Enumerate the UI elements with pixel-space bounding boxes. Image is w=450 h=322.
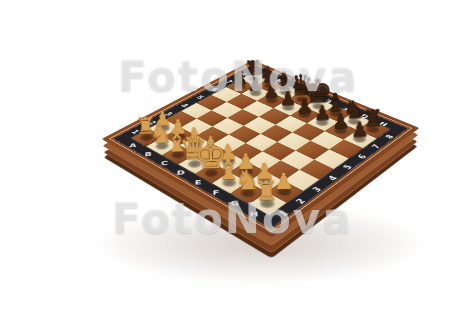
piece-glyph: ♟ (336, 118, 382, 140)
piece-white-rook: ♜ (240, 150, 292, 204)
rank-label-right-3: 3 (310, 185, 322, 192)
board-surface: AABBCCDDEEFFGGHH1122334455667788 ♜♞♝♛♚♝♞… (101, 60, 419, 238)
file-label-front-b: B (144, 151, 152, 156)
file-label-front-g: G (230, 199, 239, 206)
rank-label-right-4: 4 (326, 174, 338, 181)
file-label-front-h: H (249, 210, 258, 217)
rank-label-right-8: 8 (383, 133, 394, 139)
file-label-front-e: E (195, 179, 202, 185)
rank-label-right-7: 7 (369, 143, 381, 149)
rank-label-right-5: 5 (341, 163, 353, 170)
scene: AABBCCDDEEFFGGHH1122334455667788 ♜♞♝♛♚♝♞… (0, 0, 450, 322)
file-label-front-d: D (177, 169, 185, 175)
piece-black-pawn: ♟ (335, 91, 381, 139)
file-label-front-c: C (161, 160, 168, 166)
rank-label-right-1: 1 (277, 209, 290, 217)
piece-glyph: ♜ (240, 176, 291, 204)
rank-label-right-2: 2 (294, 197, 307, 204)
chess-board: AABBCCDDEEFFGGHH1122334455667788 ♜♞♝♛♚♝♞… (101, 60, 419, 238)
photo-background: AABBCCDDEEFFGGHH1122334455667788 ♜♞♝♛♚♝♞… (0, 0, 450, 322)
file-label-front-f: F (212, 189, 219, 195)
file-label-front-a: A (129, 143, 137, 148)
rank-label-right-6: 6 (355, 153, 367, 159)
